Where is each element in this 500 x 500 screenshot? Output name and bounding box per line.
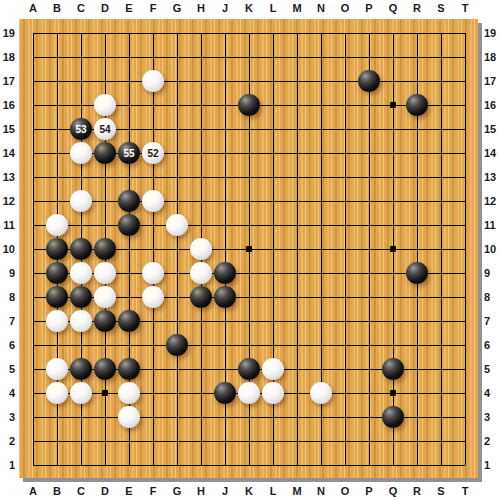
intersection-o17[interactable]: [333, 69, 357, 93]
intersection-j11[interactable]: [213, 213, 237, 237]
intersection-r10[interactable]: [405, 237, 429, 261]
intersection-e4[interactable]: [117, 381, 141, 405]
intersection-b3[interactable]: [45, 405, 69, 429]
intersection-n19[interactable]: [309, 21, 333, 45]
intersection-l5[interactable]: [261, 357, 285, 381]
intersection-k8[interactable]: [237, 285, 261, 309]
intersection-o8[interactable]: [333, 285, 357, 309]
intersection-h8[interactable]: [189, 285, 213, 309]
intersection-c13[interactable]: [69, 165, 93, 189]
intersection-a14[interactable]: [21, 141, 45, 165]
intersection-d1[interactable]: [93, 453, 117, 477]
intersection-k11[interactable]: [237, 213, 261, 237]
intersection-c8[interactable]: [69, 285, 93, 309]
intersection-s13[interactable]: [429, 165, 453, 189]
intersection-f11[interactable]: [141, 213, 165, 237]
intersection-q10[interactable]: [381, 237, 405, 261]
intersection-j6[interactable]: [213, 333, 237, 357]
intersection-c6[interactable]: [69, 333, 93, 357]
intersection-c5[interactable]: [69, 357, 93, 381]
intersection-j10[interactable]: [213, 237, 237, 261]
intersection-b18[interactable]: [45, 45, 69, 69]
intersection-g13[interactable]: [165, 165, 189, 189]
intersection-d4[interactable]: [93, 381, 117, 405]
intersection-l8[interactable]: [261, 285, 285, 309]
intersection-o2[interactable]: [333, 429, 357, 453]
intersection-c16[interactable]: [69, 93, 93, 117]
intersection-b15[interactable]: [45, 117, 69, 141]
intersection-s12[interactable]: [429, 189, 453, 213]
intersection-h5[interactable]: [189, 357, 213, 381]
intersection-k4[interactable]: [237, 381, 261, 405]
intersection-o1[interactable]: [333, 453, 357, 477]
intersection-l10[interactable]: [261, 237, 285, 261]
intersection-b16[interactable]: [45, 93, 69, 117]
intersection-k16[interactable]: [237, 93, 261, 117]
intersection-d6[interactable]: [93, 333, 117, 357]
intersection-m3[interactable]: [285, 405, 309, 429]
intersection-a6[interactable]: [21, 333, 45, 357]
intersection-a4[interactable]: [21, 381, 45, 405]
intersection-a9[interactable]: [21, 261, 45, 285]
intersection-m4[interactable]: [285, 381, 309, 405]
intersection-j9[interactable]: [213, 261, 237, 285]
intersection-h15[interactable]: [189, 117, 213, 141]
intersection-l4[interactable]: [261, 381, 285, 405]
intersection-t10[interactable]: [453, 237, 477, 261]
intersection-e13[interactable]: [117, 165, 141, 189]
intersection-p2[interactable]: [357, 429, 381, 453]
intersection-e19[interactable]: [117, 21, 141, 45]
intersection-t17[interactable]: [453, 69, 477, 93]
intersection-s6[interactable]: [429, 333, 453, 357]
intersection-r7[interactable]: [405, 309, 429, 333]
intersection-o18[interactable]: [333, 45, 357, 69]
intersection-t12[interactable]: [453, 189, 477, 213]
intersection-m11[interactable]: [285, 213, 309, 237]
intersection-e10[interactable]: [117, 237, 141, 261]
intersection-j14[interactable]: [213, 141, 237, 165]
intersection-l7[interactable]: [261, 309, 285, 333]
intersection-e8[interactable]: [117, 285, 141, 309]
intersection-t7[interactable]: [453, 309, 477, 333]
intersection-f7[interactable]: [141, 309, 165, 333]
intersection-o4[interactable]: [333, 381, 357, 405]
intersection-a12[interactable]: [21, 189, 45, 213]
intersection-l19[interactable]: [261, 21, 285, 45]
intersection-r17[interactable]: [405, 69, 429, 93]
intersection-e16[interactable]: [117, 93, 141, 117]
intersection-d19[interactable]: [93, 21, 117, 45]
intersection-q11[interactable]: [381, 213, 405, 237]
intersection-h11[interactable]: [189, 213, 213, 237]
intersection-k2[interactable]: [237, 429, 261, 453]
intersection-r16[interactable]: [405, 93, 429, 117]
intersection-s19[interactable]: [429, 21, 453, 45]
intersection-s10[interactable]: [429, 237, 453, 261]
intersection-r19[interactable]: [405, 21, 429, 45]
intersection-b11[interactable]: [45, 213, 69, 237]
intersection-f18[interactable]: [141, 45, 165, 69]
intersection-m7[interactable]: [285, 309, 309, 333]
intersection-f3[interactable]: [141, 405, 165, 429]
intersection-t2[interactable]: [453, 429, 477, 453]
intersection-h19[interactable]: [189, 21, 213, 45]
intersection-p1[interactable]: [357, 453, 381, 477]
intersection-q3[interactable]: [381, 405, 405, 429]
intersection-o3[interactable]: [333, 405, 357, 429]
intersection-n13[interactable]: [309, 165, 333, 189]
intersection-m19[interactable]: [285, 21, 309, 45]
intersection-p14[interactable]: [357, 141, 381, 165]
intersection-n10[interactable]: [309, 237, 333, 261]
intersection-l18[interactable]: [261, 45, 285, 69]
intersection-n7[interactable]: [309, 309, 333, 333]
intersection-r14[interactable]: [405, 141, 429, 165]
intersection-b7[interactable]: [45, 309, 69, 333]
intersection-n11[interactable]: [309, 213, 333, 237]
intersection-p10[interactable]: [357, 237, 381, 261]
intersection-j3[interactable]: [213, 405, 237, 429]
intersection-f13[interactable]: [141, 165, 165, 189]
intersection-d17[interactable]: [93, 69, 117, 93]
intersection-j13[interactable]: [213, 165, 237, 189]
intersection-k6[interactable]: [237, 333, 261, 357]
intersection-o7[interactable]: [333, 309, 357, 333]
intersection-m15[interactable]: [285, 117, 309, 141]
intersection-q9[interactable]: [381, 261, 405, 285]
intersection-a3[interactable]: [21, 405, 45, 429]
intersection-q16[interactable]: [381, 93, 405, 117]
intersection-b8[interactable]: [45, 285, 69, 309]
intersection-t5[interactable]: [453, 357, 477, 381]
intersection-p13[interactable]: [357, 165, 381, 189]
intersection-a11[interactable]: [21, 213, 45, 237]
intersection-p9[interactable]: [357, 261, 381, 285]
intersection-n18[interactable]: [309, 45, 333, 69]
intersection-r13[interactable]: [405, 165, 429, 189]
intersection-s7[interactable]: [429, 309, 453, 333]
intersection-m13[interactable]: [285, 165, 309, 189]
intersection-j19[interactable]: [213, 21, 237, 45]
intersection-b1[interactable]: [45, 453, 69, 477]
intersection-o10[interactable]: [333, 237, 357, 261]
intersection-t1[interactable]: [453, 453, 477, 477]
intersection-j8[interactable]: [213, 285, 237, 309]
intersection-m16[interactable]: [285, 93, 309, 117]
intersection-c12[interactable]: [69, 189, 93, 213]
intersection-e15[interactable]: [117, 117, 141, 141]
intersection-q2[interactable]: [381, 429, 405, 453]
intersection-g8[interactable]: [165, 285, 189, 309]
intersection-p17[interactable]: [357, 69, 381, 93]
intersection-q5[interactable]: [381, 357, 405, 381]
intersection-n9[interactable]: [309, 261, 333, 285]
intersection-l1[interactable]: [261, 453, 285, 477]
intersection-n4[interactable]: [309, 381, 333, 405]
intersection-d11[interactable]: [93, 213, 117, 237]
intersection-q12[interactable]: [381, 189, 405, 213]
intersection-m5[interactable]: [285, 357, 309, 381]
intersection-t15[interactable]: [453, 117, 477, 141]
intersection-o5[interactable]: [333, 357, 357, 381]
intersection-e11[interactable]: [117, 213, 141, 237]
intersection-n3[interactable]: [309, 405, 333, 429]
intersection-b4[interactable]: [45, 381, 69, 405]
intersection-m10[interactable]: [285, 237, 309, 261]
intersection-l16[interactable]: [261, 93, 285, 117]
intersection-k1[interactable]: [237, 453, 261, 477]
intersection-s4[interactable]: [429, 381, 453, 405]
intersection-p5[interactable]: [357, 357, 381, 381]
intersection-p8[interactable]: [357, 285, 381, 309]
intersection-h7[interactable]: [189, 309, 213, 333]
intersection-p12[interactable]: [357, 189, 381, 213]
intersection-t16[interactable]: [453, 93, 477, 117]
intersection-a19[interactable]: [21, 21, 45, 45]
intersection-k18[interactable]: [237, 45, 261, 69]
intersection-r3[interactable]: [405, 405, 429, 429]
intersection-h2[interactable]: [189, 429, 213, 453]
intersection-b10[interactable]: [45, 237, 69, 261]
intersection-b19[interactable]: [45, 21, 69, 45]
intersection-m6[interactable]: [285, 333, 309, 357]
intersection-q1[interactable]: [381, 453, 405, 477]
intersection-j1[interactable]: [213, 453, 237, 477]
intersection-k9[interactable]: [237, 261, 261, 285]
intersection-h3[interactable]: [189, 405, 213, 429]
intersection-e9[interactable]: [117, 261, 141, 285]
intersection-e12[interactable]: [117, 189, 141, 213]
intersection-k3[interactable]: [237, 405, 261, 429]
intersection-b6[interactable]: [45, 333, 69, 357]
intersection-j2[interactable]: [213, 429, 237, 453]
intersection-f5[interactable]: [141, 357, 165, 381]
intersection-q4[interactable]: [381, 381, 405, 405]
intersection-c1[interactable]: [69, 453, 93, 477]
intersection-o13[interactable]: [333, 165, 357, 189]
intersection-j18[interactable]: [213, 45, 237, 69]
intersection-m18[interactable]: [285, 45, 309, 69]
intersection-m14[interactable]: [285, 141, 309, 165]
intersection-k17[interactable]: [237, 69, 261, 93]
intersection-f8[interactable]: [141, 285, 165, 309]
intersection-c15[interactable]: 53: [69, 117, 93, 141]
intersection-r6[interactable]: [405, 333, 429, 357]
intersection-l12[interactable]: [261, 189, 285, 213]
intersection-g17[interactable]: [165, 69, 189, 93]
intersection-r4[interactable]: [405, 381, 429, 405]
intersection-c4[interactable]: [69, 381, 93, 405]
intersection-m17[interactable]: [285, 69, 309, 93]
intersection-r15[interactable]: [405, 117, 429, 141]
intersection-h6[interactable]: [189, 333, 213, 357]
intersection-s18[interactable]: [429, 45, 453, 69]
intersection-g2[interactable]: [165, 429, 189, 453]
intersection-f17[interactable]: [141, 69, 165, 93]
intersection-k5[interactable]: [237, 357, 261, 381]
intersection-e17[interactable]: [117, 69, 141, 93]
intersection-o12[interactable]: [333, 189, 357, 213]
intersection-k12[interactable]: [237, 189, 261, 213]
intersection-h9[interactable]: [189, 261, 213, 285]
intersection-d3[interactable]: [93, 405, 117, 429]
intersection-t4[interactable]: [453, 381, 477, 405]
intersection-d7[interactable]: [93, 309, 117, 333]
intersection-q15[interactable]: [381, 117, 405, 141]
intersection-f12[interactable]: [141, 189, 165, 213]
intersection-d5[interactable]: [93, 357, 117, 381]
intersection-l2[interactable]: [261, 429, 285, 453]
intersection-s1[interactable]: [429, 453, 453, 477]
intersection-t9[interactable]: [453, 261, 477, 285]
intersection-a15[interactable]: [21, 117, 45, 141]
intersection-h12[interactable]: [189, 189, 213, 213]
intersection-p7[interactable]: [357, 309, 381, 333]
intersection-o19[interactable]: [333, 21, 357, 45]
intersection-s2[interactable]: [429, 429, 453, 453]
intersection-a10[interactable]: [21, 237, 45, 261]
intersection-g10[interactable]: [165, 237, 189, 261]
intersection-f19[interactable]: [141, 21, 165, 45]
intersection-s8[interactable]: [429, 285, 453, 309]
intersection-f2[interactable]: [141, 429, 165, 453]
intersection-a1[interactable]: [21, 453, 45, 477]
intersection-q13[interactable]: [381, 165, 405, 189]
intersection-g3[interactable]: [165, 405, 189, 429]
intersection-t19[interactable]: [453, 21, 477, 45]
intersection-n1[interactable]: [309, 453, 333, 477]
intersection-p18[interactable]: [357, 45, 381, 69]
intersection-q18[interactable]: [381, 45, 405, 69]
intersection-f1[interactable]: [141, 453, 165, 477]
intersection-t14[interactable]: [453, 141, 477, 165]
intersection-t3[interactable]: [453, 405, 477, 429]
intersection-f15[interactable]: [141, 117, 165, 141]
intersection-g11[interactable]: [165, 213, 189, 237]
intersection-n2[interactable]: [309, 429, 333, 453]
intersection-r12[interactable]: [405, 189, 429, 213]
intersection-j12[interactable]: [213, 189, 237, 213]
intersection-f4[interactable]: [141, 381, 165, 405]
intersection-f9[interactable]: [141, 261, 165, 285]
intersection-t8[interactable]: [453, 285, 477, 309]
intersection-o11[interactable]: [333, 213, 357, 237]
intersection-q8[interactable]: [381, 285, 405, 309]
intersection-j15[interactable]: [213, 117, 237, 141]
intersection-h1[interactable]: [189, 453, 213, 477]
intersection-s14[interactable]: [429, 141, 453, 165]
intersection-s9[interactable]: [429, 261, 453, 285]
intersection-t11[interactable]: [453, 213, 477, 237]
intersection-k7[interactable]: [237, 309, 261, 333]
intersection-l3[interactable]: [261, 405, 285, 429]
intersection-r18[interactable]: [405, 45, 429, 69]
intersection-d2[interactable]: [93, 429, 117, 453]
intersection-a17[interactable]: [21, 69, 45, 93]
intersection-e1[interactable]: [117, 453, 141, 477]
intersection-k14[interactable]: [237, 141, 261, 165]
intersection-g19[interactable]: [165, 21, 189, 45]
intersection-d10[interactable]: [93, 237, 117, 261]
intersection-c14[interactable]: [69, 141, 93, 165]
intersection-o15[interactable]: [333, 117, 357, 141]
intersection-h17[interactable]: [189, 69, 213, 93]
intersection-c7[interactable]: [69, 309, 93, 333]
intersection-n17[interactable]: [309, 69, 333, 93]
intersection-d15[interactable]: 54: [93, 117, 117, 141]
intersection-b14[interactable]: [45, 141, 69, 165]
intersection-q17[interactable]: [381, 69, 405, 93]
intersection-n6[interactable]: [309, 333, 333, 357]
intersection-b12[interactable]: [45, 189, 69, 213]
intersection-m1[interactable]: [285, 453, 309, 477]
intersection-a16[interactable]: [21, 93, 45, 117]
intersection-l9[interactable]: [261, 261, 285, 285]
intersection-p19[interactable]: [357, 21, 381, 45]
intersection-s11[interactable]: [429, 213, 453, 237]
intersection-g6[interactable]: [165, 333, 189, 357]
intersection-g15[interactable]: [165, 117, 189, 141]
intersection-a7[interactable]: [21, 309, 45, 333]
intersection-d9[interactable]: [93, 261, 117, 285]
intersection-n8[interactable]: [309, 285, 333, 309]
intersection-l14[interactable]: [261, 141, 285, 165]
intersection-b5[interactable]: [45, 357, 69, 381]
intersection-j16[interactable]: [213, 93, 237, 117]
intersection-j5[interactable]: [213, 357, 237, 381]
intersection-n15[interactable]: [309, 117, 333, 141]
intersection-g7[interactable]: [165, 309, 189, 333]
intersection-c3[interactable]: [69, 405, 93, 429]
intersection-g18[interactable]: [165, 45, 189, 69]
intersection-l6[interactable]: [261, 333, 285, 357]
intersection-g16[interactable]: [165, 93, 189, 117]
intersection-p15[interactable]: [357, 117, 381, 141]
intersection-s17[interactable]: [429, 69, 453, 93]
intersection-j17[interactable]: [213, 69, 237, 93]
intersection-h13[interactable]: [189, 165, 213, 189]
intersection-h14[interactable]: [189, 141, 213, 165]
intersection-d8[interactable]: [93, 285, 117, 309]
intersection-q19[interactable]: [381, 21, 405, 45]
intersection-n14[interactable]: [309, 141, 333, 165]
intersection-s15[interactable]: [429, 117, 453, 141]
intersection-b13[interactable]: [45, 165, 69, 189]
intersection-f6[interactable]: [141, 333, 165, 357]
intersection-a13[interactable]: [21, 165, 45, 189]
intersection-c17[interactable]: [69, 69, 93, 93]
intersection-s3[interactable]: [429, 405, 453, 429]
intersection-m12[interactable]: [285, 189, 309, 213]
intersection-e3[interactable]: [117, 405, 141, 429]
intersection-a18[interactable]: [21, 45, 45, 69]
intersection-e5[interactable]: [117, 357, 141, 381]
intersection-l15[interactable]: [261, 117, 285, 141]
intersection-f10[interactable]: [141, 237, 165, 261]
intersection-d13[interactable]: [93, 165, 117, 189]
intersection-n5[interactable]: [309, 357, 333, 381]
intersection-t13[interactable]: [453, 165, 477, 189]
intersection-p3[interactable]: [357, 405, 381, 429]
intersection-k19[interactable]: [237, 21, 261, 45]
intersection-q14[interactable]: [381, 141, 405, 165]
intersection-f16[interactable]: [141, 93, 165, 117]
intersection-e2[interactable]: [117, 429, 141, 453]
intersection-c9[interactable]: [69, 261, 93, 285]
intersection-p16[interactable]: [357, 93, 381, 117]
intersection-b9[interactable]: [45, 261, 69, 285]
